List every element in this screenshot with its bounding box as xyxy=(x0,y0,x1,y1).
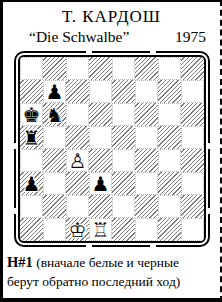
square-b8 xyxy=(43,57,66,80)
square-f5 xyxy=(135,126,158,149)
border-gap xyxy=(208,143,210,149)
square-f7 xyxy=(135,80,158,103)
square-c7 xyxy=(66,80,89,103)
square-c2 xyxy=(66,195,89,218)
square-b3 xyxy=(43,172,66,195)
square-h3 xyxy=(181,172,204,195)
square-b6: ♞ xyxy=(43,103,66,126)
border-gap xyxy=(14,143,16,149)
square-a1 xyxy=(20,218,43,241)
square-g7 xyxy=(158,80,181,103)
square-d3: ♟ xyxy=(89,172,112,195)
square-d1: ♜♖ xyxy=(89,218,112,241)
square-a4 xyxy=(20,149,43,172)
square-c8 xyxy=(66,57,89,80)
square-b2 xyxy=(43,195,66,218)
black-king: ♚ xyxy=(20,103,43,126)
square-f4 xyxy=(135,149,158,172)
white-rook: ♜♖ xyxy=(89,218,112,241)
square-b7: ♟ xyxy=(43,80,66,103)
square-c6 xyxy=(66,103,89,126)
square-f3 xyxy=(135,172,158,195)
square-c4: ♟♙ xyxy=(66,149,89,172)
square-a3: ♟ xyxy=(20,172,43,195)
square-g3 xyxy=(158,172,181,195)
square-e5 xyxy=(112,126,135,149)
caption-line2: берут обратно последний ход) xyxy=(7,274,180,289)
square-f1 xyxy=(135,218,158,241)
square-b1 xyxy=(43,218,66,241)
square-h2 xyxy=(181,195,204,218)
border-gap xyxy=(14,208,16,214)
square-h5 xyxy=(181,126,204,149)
square-e6 xyxy=(112,103,135,126)
square-g4 xyxy=(158,149,181,172)
board-frame: ♟♚♞♜♟♙♟♟♚♔♜♖ xyxy=(18,55,206,243)
square-e3 xyxy=(112,172,135,195)
stipulation-caption: H#1 (вначале белые и черные берут обратн… xyxy=(3,253,220,291)
border-gap xyxy=(150,51,156,53)
square-e8 xyxy=(112,57,135,80)
square-e7 xyxy=(112,80,135,103)
author-name: Т. КАРДОШ xyxy=(3,6,220,27)
caption-line1: (вначале белые и черные xyxy=(36,255,179,270)
square-e1 xyxy=(112,218,135,241)
square-g2 xyxy=(158,195,181,218)
square-e2 xyxy=(112,195,135,218)
square-d7 xyxy=(89,80,112,103)
border-gap xyxy=(150,245,156,247)
white-pawn: ♟♙ xyxy=(66,149,89,172)
square-a5: ♜ xyxy=(20,126,43,149)
square-f6 xyxy=(135,103,158,126)
white-king: ♚♔ xyxy=(66,218,89,241)
black-rook: ♜ xyxy=(20,126,43,149)
square-a7 xyxy=(20,80,43,103)
problem-card: Т. КАРДОШ “Die Schwalbe” 1975 ♟♚♞♜♟♙♟♟♚♔… xyxy=(0,0,222,302)
square-h4 xyxy=(181,149,204,172)
board-grid: ♟♚♞♜♟♙♟♟♚♔♜♖ xyxy=(20,57,204,241)
square-g6 xyxy=(158,103,181,126)
border-gap xyxy=(86,245,92,247)
square-d5 xyxy=(89,126,112,149)
square-h6 xyxy=(181,103,204,126)
square-a8 xyxy=(20,57,43,80)
square-f2 xyxy=(135,195,158,218)
square-c1: ♚♔ xyxy=(66,218,89,241)
black-pawn: ♟ xyxy=(43,80,66,103)
chess-board: ♟♚♞♜♟♙♟♟♚♔♜♖ xyxy=(14,51,210,247)
black-knight: ♞ xyxy=(43,103,66,126)
year: 1975 xyxy=(175,27,206,47)
source-line: “Die Schwalbe” 1975 xyxy=(3,27,220,47)
square-c3 xyxy=(66,172,89,195)
stipulation: H#1 xyxy=(7,254,33,270)
border-gap xyxy=(208,208,210,214)
square-g1 xyxy=(158,218,181,241)
square-h1 xyxy=(181,218,204,241)
square-b5 xyxy=(43,126,66,149)
square-g8 xyxy=(158,57,181,80)
square-d4 xyxy=(89,149,112,172)
square-a2 xyxy=(20,195,43,218)
square-d2 xyxy=(89,195,112,218)
source-name: “Die Schwalbe” xyxy=(29,27,129,47)
square-d6 xyxy=(89,103,112,126)
square-e4 xyxy=(112,149,135,172)
square-a6: ♚ xyxy=(20,103,43,126)
square-d8 xyxy=(89,57,112,80)
black-pawn: ♟ xyxy=(89,172,112,195)
square-f8 xyxy=(135,57,158,80)
border-gap xyxy=(86,51,92,53)
square-h7 xyxy=(181,80,204,103)
black-pawn: ♟ xyxy=(20,172,43,195)
square-c5 xyxy=(66,126,89,149)
square-b4 xyxy=(43,149,66,172)
square-g5 xyxy=(158,126,181,149)
square-h8 xyxy=(181,57,204,80)
